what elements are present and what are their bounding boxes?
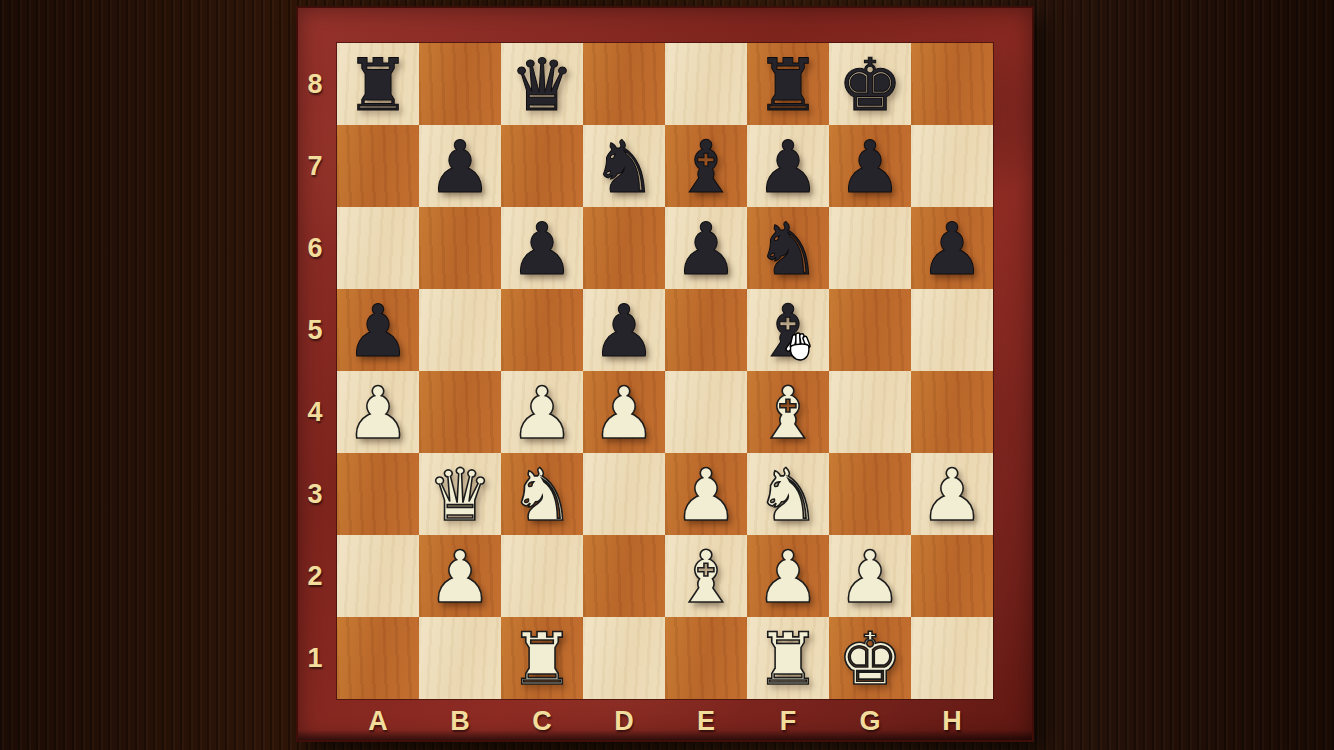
square-c2[interactable] [501, 535, 583, 617]
square-c3[interactable]: ♞ [501, 453, 583, 535]
black-bishop[interactable]: ♝ [674, 131, 739, 203]
square-d3[interactable] [583, 453, 665, 535]
white-pawn[interactable]: ♟ [592, 377, 657, 449]
rank-label-4: 4 [299, 371, 331, 453]
rank-label-6: 6 [299, 207, 331, 289]
file-label-a: A [337, 701, 419, 741]
square-d7[interactable]: ♞ [583, 125, 665, 207]
square-b3[interactable]: ♛ [419, 453, 501, 535]
square-a4[interactable]: ♟ [337, 371, 419, 453]
square-g4[interactable] [829, 371, 911, 453]
black-rook[interactable]: ♜ [346, 49, 411, 121]
black-pawn[interactable]: ♟ [428, 131, 493, 203]
white-bishop[interactable]: ♝ [756, 377, 821, 449]
black-pawn[interactable]: ♟ [838, 131, 903, 203]
white-pawn[interactable]: ♟ [756, 541, 821, 613]
square-a8[interactable]: ♜ [337, 43, 419, 125]
white-pawn[interactable]: ♟ [346, 377, 411, 449]
square-c1[interactable]: ♜ [501, 617, 583, 699]
black-pawn[interactable]: ♟ [674, 213, 739, 285]
square-e7[interactable]: ♝ [665, 125, 747, 207]
rank-label-8: 8 [299, 43, 331, 125]
square-a1[interactable] [337, 617, 419, 699]
square-g5[interactable] [829, 289, 911, 371]
white-pawn[interactable]: ♟ [428, 541, 493, 613]
square-b6[interactable] [419, 207, 501, 289]
black-king[interactable]: ♚ [838, 49, 903, 121]
square-g7[interactable]: ♟ [829, 125, 911, 207]
white-pawn[interactable]: ♟ [920, 459, 985, 531]
square-g2[interactable]: ♟ [829, 535, 911, 617]
white-king[interactable]: ♚ [838, 623, 903, 695]
square-c5[interactable] [501, 289, 583, 371]
square-d8[interactable] [583, 43, 665, 125]
square-h6[interactable]: ♟ [911, 207, 993, 289]
square-f2[interactable]: ♟ [747, 535, 829, 617]
square-a3[interactable] [337, 453, 419, 535]
square-h1[interactable] [911, 617, 993, 699]
rank-label-3: 3 [299, 453, 331, 535]
square-e8[interactable] [665, 43, 747, 125]
black-pawn[interactable]: ♟ [346, 295, 411, 367]
square-d1[interactable] [583, 617, 665, 699]
square-b7[interactable]: ♟ [419, 125, 501, 207]
square-e4[interactable] [665, 371, 747, 453]
rank-label-2: 2 [299, 535, 331, 617]
square-d2[interactable] [583, 535, 665, 617]
square-b1[interactable] [419, 617, 501, 699]
square-g8[interactable]: ♚ [829, 43, 911, 125]
square-h7[interactable] [911, 125, 993, 207]
file-label-g: G [829, 701, 911, 741]
file-label-h: H [911, 701, 993, 741]
square-f6[interactable]: ♞ [747, 207, 829, 289]
rank-label-5: 5 [299, 289, 331, 371]
white-knight[interactable]: ♞ [756, 459, 821, 531]
square-c6[interactable]: ♟ [501, 207, 583, 289]
square-c4[interactable]: ♟ [501, 371, 583, 453]
square-a7[interactable] [337, 125, 419, 207]
square-d5[interactable]: ♟ [583, 289, 665, 371]
square-h2[interactable] [911, 535, 993, 617]
square-f4[interactable]: ♝ [747, 371, 829, 453]
square-h3[interactable]: ♟ [911, 453, 993, 535]
square-c7[interactable] [501, 125, 583, 207]
square-a6[interactable] [337, 207, 419, 289]
square-e3[interactable]: ♟ [665, 453, 747, 535]
square-e5[interactable] [665, 289, 747, 371]
square-b8[interactable] [419, 43, 501, 125]
hand-cursor [784, 330, 814, 363]
square-e2[interactable]: ♝ [665, 535, 747, 617]
file-label-c: C [501, 701, 583, 741]
square-h8[interactable] [911, 43, 993, 125]
square-b2[interactable]: ♟ [419, 535, 501, 617]
black-pawn[interactable]: ♟ [756, 131, 821, 203]
black-knight[interactable]: ♞ [592, 131, 657, 203]
black-pawn[interactable]: ♟ [510, 213, 575, 285]
square-d6[interactable] [583, 207, 665, 289]
square-a5[interactable]: ♟ [337, 289, 419, 371]
square-c8[interactable]: ♛ [501, 43, 583, 125]
black-pawn[interactable]: ♟ [592, 295, 657, 367]
file-label-f: F [747, 701, 829, 741]
black-queen[interactable]: ♛ [510, 49, 575, 121]
square-g6[interactable] [829, 207, 911, 289]
white-pawn[interactable]: ♟ [510, 377, 575, 449]
file-label-e: E [665, 701, 747, 741]
square-e1[interactable] [665, 617, 747, 699]
square-f7[interactable]: ♟ [747, 125, 829, 207]
white-pawn[interactable]: ♟ [674, 459, 739, 531]
square-g1[interactable]: ♚ [829, 617, 911, 699]
square-h5[interactable] [911, 289, 993, 371]
chess-board[interactable]: ♜♛♜♚♟♞♝♟♟♟♟♞♟♟♟♝♟♟♟♝♛♞♟♞♟♟♝♟♟♜♜♚ [337, 43, 993, 699]
square-b5[interactable] [419, 289, 501, 371]
square-f3[interactable]: ♞ [747, 453, 829, 535]
square-e6[interactable]: ♟ [665, 207, 747, 289]
black-knight[interactable]: ♞ [756, 213, 821, 285]
file-label-b: B [419, 701, 501, 741]
square-g3[interactable] [829, 453, 911, 535]
file-label-d: D [583, 701, 665, 741]
square-a2[interactable] [337, 535, 419, 617]
black-rook[interactable]: ♜ [756, 49, 821, 121]
white-rook[interactable]: ♜ [510, 623, 575, 695]
white-knight[interactable]: ♞ [510, 459, 575, 531]
white-rook[interactable]: ♜ [756, 623, 821, 695]
square-h4[interactable] [911, 371, 993, 453]
rank-label-7: 7 [299, 125, 331, 207]
white-queen[interactable]: ♛ [428, 459, 493, 531]
square-b4[interactable] [419, 371, 501, 453]
square-d4[interactable]: ♟ [583, 371, 665, 453]
wood-table-background: ♜♛♜♚♟♞♝♟♟♟♟♞♟♟♟♝♟♟♟♝♛♞♟♞♟♟♝♟♟♜♜♚ 8765432… [0, 0, 1334, 750]
square-f8[interactable]: ♜ [747, 43, 829, 125]
white-pawn[interactable]: ♟ [838, 541, 903, 613]
rank-label-1: 1 [299, 617, 331, 699]
white-bishop[interactable]: ♝ [674, 541, 739, 613]
black-pawn[interactable]: ♟ [920, 213, 985, 285]
square-f1[interactable]: ♜ [747, 617, 829, 699]
